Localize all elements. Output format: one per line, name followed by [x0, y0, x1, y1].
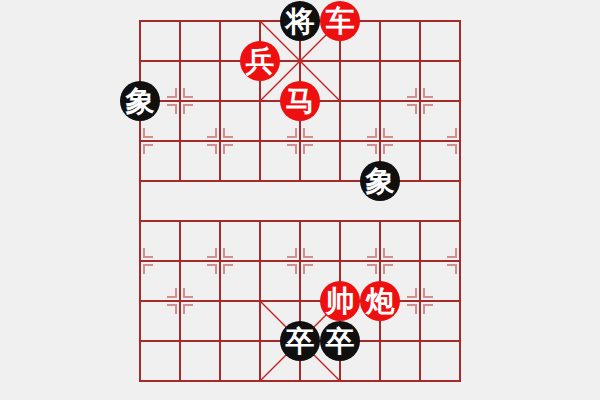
xiangqi-board-stage: 将车兵象马象帅炮卒卒 [0, 0, 600, 400]
piece-black-elephant-g4[interactable]: 象 [360, 161, 400, 201]
piece-black-soldier-f8[interactable]: 卒 [320, 321, 360, 361]
piece-red-soldier-d1[interactable]: 兵 [240, 41, 280, 81]
piece-black-elephant-a2[interactable]: 象 [120, 81, 160, 121]
piece-red-horse-e2[interactable]: 马 [280, 81, 320, 121]
pieces-layer: 将车兵象马象帅炮卒卒 [120, 1, 480, 400]
piece-black-general-e0[interactable]: 将 [280, 1, 320, 41]
piece-red-cannon-g7[interactable]: 炮 [360, 281, 400, 321]
piece-red-general-f7[interactable]: 帅 [320, 281, 360, 321]
piece-black-soldier-e8[interactable]: 卒 [280, 321, 320, 361]
piece-red-chariot-f0[interactable]: 车 [320, 1, 360, 41]
